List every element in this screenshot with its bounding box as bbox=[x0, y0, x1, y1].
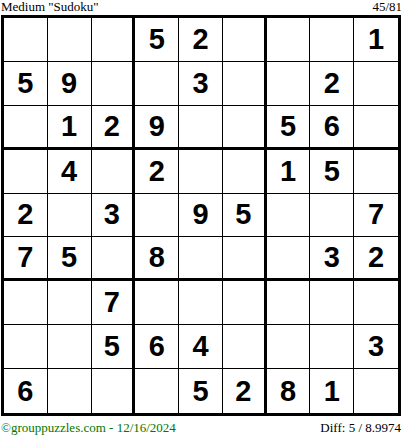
cell-r1c6[interactable] bbox=[223, 18, 267, 62]
cell-r6c8[interactable]: 3 bbox=[310, 237, 354, 281]
cell-r5c4[interactable] bbox=[135, 194, 179, 238]
sudoku-page: Medium "Sudoku" 45/81 521593212956421523… bbox=[0, 0, 403, 437]
cell-r5c9[interactable]: 7 bbox=[354, 194, 398, 238]
cell-r6c1[interactable]: 7 bbox=[4, 237, 48, 281]
cell-r6c4[interactable]: 8 bbox=[135, 237, 179, 281]
cell-r6c5[interactable] bbox=[179, 237, 223, 281]
cell-r3c1[interactable] bbox=[4, 106, 48, 150]
cell-r4c3[interactable] bbox=[92, 150, 136, 194]
copyright-text: ©grouppuzzles.com - 12/16/2024 bbox=[1, 421, 176, 435]
sudoku-board: 521593212956421523957758327564365281 bbox=[1, 15, 401, 416]
cell-r8c8[interactable] bbox=[310, 325, 354, 369]
cell-r1c2[interactable] bbox=[48, 18, 92, 62]
cell-r9c5[interactable]: 5 bbox=[179, 369, 223, 413]
blank-count: 45/81 bbox=[372, 0, 402, 14]
cell-r7c5[interactable] bbox=[179, 281, 223, 325]
cell-r2c7[interactable] bbox=[267, 62, 311, 106]
cell-r6c7[interactable] bbox=[267, 237, 311, 281]
cell-r1c1[interactable] bbox=[4, 18, 48, 62]
page-title: Medium "Sudoku" bbox=[1, 0, 99, 14]
cell-r9c3[interactable] bbox=[92, 369, 136, 413]
cell-r3c2[interactable]: 1 bbox=[48, 106, 92, 150]
cell-r3c3[interactable]: 2 bbox=[92, 106, 136, 150]
cell-r8c6[interactable] bbox=[223, 325, 267, 369]
cell-r3c7[interactable]: 5 bbox=[267, 106, 311, 150]
cell-r5c1[interactable]: 2 bbox=[4, 194, 48, 238]
cell-r3c5[interactable] bbox=[179, 106, 223, 150]
cell-r9c2[interactable] bbox=[48, 369, 92, 413]
cell-r3c6[interactable] bbox=[223, 106, 267, 150]
cell-r4c2[interactable]: 4 bbox=[48, 150, 92, 194]
cell-r8c9[interactable]: 3 bbox=[354, 325, 398, 369]
cell-r4c8[interactable]: 5 bbox=[310, 150, 354, 194]
cell-r7c6[interactable] bbox=[223, 281, 267, 325]
cell-r8c4[interactable]: 6 bbox=[135, 325, 179, 369]
cell-r9c1[interactable]: 6 bbox=[4, 369, 48, 413]
cell-r1c4[interactable]: 5 bbox=[135, 18, 179, 62]
cell-r8c7[interactable] bbox=[267, 325, 311, 369]
cell-r4c4[interactable]: 2 bbox=[135, 150, 179, 194]
cell-r4c9[interactable] bbox=[354, 150, 398, 194]
cell-r2c2[interactable]: 9 bbox=[48, 62, 92, 106]
cell-r7c3[interactable]: 7 bbox=[92, 281, 136, 325]
cell-r1c8[interactable] bbox=[310, 18, 354, 62]
cell-r6c9[interactable]: 2 bbox=[354, 237, 398, 281]
cell-r9c8[interactable]: 1 bbox=[310, 369, 354, 413]
cell-r8c2[interactable] bbox=[48, 325, 92, 369]
cell-r7c4[interactable] bbox=[135, 281, 179, 325]
cell-r7c9[interactable] bbox=[354, 281, 398, 325]
cell-r5c5[interactable]: 9 bbox=[179, 194, 223, 238]
cell-r8c5[interactable]: 4 bbox=[179, 325, 223, 369]
cell-r4c7[interactable]: 1 bbox=[267, 150, 311, 194]
cell-r6c3[interactable] bbox=[92, 237, 136, 281]
cell-r9c4[interactable] bbox=[135, 369, 179, 413]
footer: ©grouppuzzles.com - 12/16/2024 Diff: 5 /… bbox=[0, 421, 403, 435]
cell-r5c6[interactable]: 5 bbox=[223, 194, 267, 238]
cell-r2c5[interactable]: 3 bbox=[179, 62, 223, 106]
cell-r2c9[interactable] bbox=[354, 62, 398, 106]
cell-r6c2[interactable]: 5 bbox=[48, 237, 92, 281]
cell-r7c8[interactable] bbox=[310, 281, 354, 325]
cell-r1c5[interactable]: 2 bbox=[179, 18, 223, 62]
cell-r4c6[interactable] bbox=[223, 150, 267, 194]
cell-r7c1[interactable] bbox=[4, 281, 48, 325]
cell-r1c9[interactable]: 1 bbox=[354, 18, 398, 62]
cell-r2c3[interactable] bbox=[92, 62, 136, 106]
cell-r3c8[interactable]: 6 bbox=[310, 106, 354, 150]
header: Medium "Sudoku" 45/81 bbox=[0, 0, 403, 15]
cell-r3c9[interactable] bbox=[354, 106, 398, 150]
cell-r5c8[interactable] bbox=[310, 194, 354, 238]
cell-r4c1[interactable] bbox=[4, 150, 48, 194]
cell-r2c8[interactable]: 2 bbox=[310, 62, 354, 106]
cell-r6c6[interactable] bbox=[223, 237, 267, 281]
cell-r1c3[interactable] bbox=[92, 18, 136, 62]
cell-r2c4[interactable] bbox=[135, 62, 179, 106]
cell-r3c4[interactable]: 9 bbox=[135, 106, 179, 150]
cell-r7c2[interactable] bbox=[48, 281, 92, 325]
cell-r8c3[interactable]: 5 bbox=[92, 325, 136, 369]
cell-r7c7[interactable] bbox=[267, 281, 311, 325]
cell-r2c6[interactable] bbox=[223, 62, 267, 106]
cell-r9c9[interactable] bbox=[354, 369, 398, 413]
cell-r8c1[interactable] bbox=[4, 325, 48, 369]
cell-r5c2[interactable] bbox=[48, 194, 92, 238]
cell-r9c7[interactable]: 8 bbox=[267, 369, 311, 413]
cell-r5c7[interactable] bbox=[267, 194, 311, 238]
cell-r4c5[interactable] bbox=[179, 150, 223, 194]
cell-r5c3[interactable]: 3 bbox=[92, 194, 136, 238]
cell-r1c7[interactable] bbox=[267, 18, 311, 62]
difficulty-text: Diff: 5 / 8.9974 bbox=[320, 421, 401, 435]
cell-r2c1[interactable]: 5 bbox=[4, 62, 48, 106]
cell-r9c6[interactable]: 2 bbox=[223, 369, 267, 413]
